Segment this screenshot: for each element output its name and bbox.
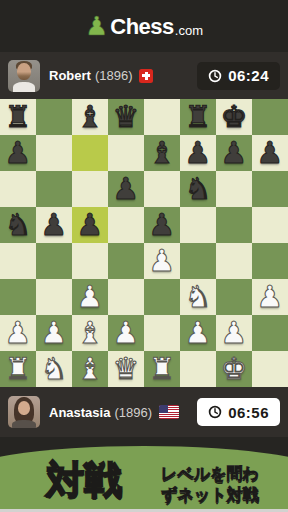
square-a8[interactable]: ♜ — [0, 99, 36, 135]
black-pawn[interactable]: ♟ — [252, 135, 288, 171]
banner-subtitle: レベルを問わ ずネット対戦 — [138, 463, 282, 505]
top-player-bar: Robert (1896) 06:24 — [0, 52, 288, 99]
square-c1[interactable]: ♝ — [72, 351, 108, 387]
avatar[interactable] — [8, 396, 40, 428]
square-b1[interactable]: ♞ — [36, 351, 72, 387]
black-pawn[interactable]: ♟ — [180, 135, 216, 171]
square-a6[interactable] — [0, 171, 36, 207]
square-e2[interactable] — [144, 315, 180, 351]
square-f6[interactable]: ♞ — [180, 171, 216, 207]
logo-suffix: .com — [175, 22, 203, 39]
black-queen[interactable]: ♛ — [108, 99, 144, 135]
app-screen: ♟ Chess .com Robert (1896) 06:24 ♜♝♛♜♚♟♝… — [0, 0, 288, 512]
square-a7[interactable]: ♟ — [0, 135, 36, 171]
square-d6[interactable]: ♟ — [108, 171, 144, 207]
square-b4[interactable] — [36, 243, 72, 279]
clock-time: 06:56 — [228, 404, 269, 421]
square-f8[interactable]: ♜ — [180, 99, 216, 135]
black-knight[interactable]: ♞ — [0, 207, 36, 243]
chess-board[interactable]: ♜♝♛♜♚♟♝♟♟♟♟♞♞♟♟♟♟♟♞♟♟♟♝♟♟♟♜♞♝♛♜♚ — [0, 99, 288, 387]
white-knight[interactable]: ♞ — [180, 279, 216, 315]
square-c3[interactable]: ♟ — [72, 279, 108, 315]
black-pawn[interactable]: ♟ — [0, 135, 36, 171]
white-pawn[interactable]: ♟ — [36, 315, 72, 351]
square-h6[interactable] — [252, 171, 288, 207]
square-h3[interactable]: ♟ — [252, 279, 288, 315]
player-clock: 06:56 — [197, 398, 280, 426]
square-d7[interactable] — [108, 135, 144, 171]
square-e1[interactable]: ♜ — [144, 351, 180, 387]
white-pawn[interactable]: ♟ — [252, 279, 288, 315]
black-knight[interactable]: ♞ — [180, 171, 216, 207]
black-rook[interactable]: ♜ — [180, 99, 216, 135]
black-pawn[interactable]: ♟ — [144, 207, 180, 243]
square-h8[interactable] — [252, 99, 288, 135]
square-e3[interactable] — [144, 279, 180, 315]
square-f5[interactable] — [180, 207, 216, 243]
square-b8[interactable] — [36, 99, 72, 135]
square-f4[interactable] — [180, 243, 216, 279]
player-name[interactable]: Anastasia — [49, 405, 110, 420]
square-a2[interactable]: ♟ — [0, 315, 36, 351]
white-rook[interactable]: ♜ — [144, 351, 180, 387]
square-e8[interactable] — [144, 99, 180, 135]
square-b2[interactable]: ♟ — [36, 315, 72, 351]
square-g5[interactable] — [216, 207, 252, 243]
usa-flag-icon — [159, 405, 179, 419]
black-pawn[interactable]: ♟ — [36, 207, 72, 243]
square-h7[interactable]: ♟ — [252, 135, 288, 171]
white-knight[interactable]: ♞ — [36, 351, 72, 387]
square-g3[interactable] — [216, 279, 252, 315]
square-g4[interactable] — [216, 243, 252, 279]
square-b6[interactable] — [36, 171, 72, 207]
square-e5[interactable]: ♟ — [144, 207, 180, 243]
square-f2[interactable]: ♟ — [180, 315, 216, 351]
square-a5[interactable]: ♞ — [0, 207, 36, 243]
clock-time: 06:24 — [228, 67, 269, 84]
app-header: ♟ Chess .com — [0, 0, 288, 52]
white-king[interactable]: ♚ — [216, 351, 252, 387]
player-info: Anastasia (1896) — [49, 405, 179, 420]
square-e4[interactable]: ♟ — [144, 243, 180, 279]
square-a1[interactable]: ♜ — [0, 351, 36, 387]
square-f7[interactable]: ♟ — [180, 135, 216, 171]
avatar-face — [18, 401, 30, 415]
clock-icon — [208, 69, 222, 83]
square-g2[interactable]: ♟ — [216, 315, 252, 351]
square-c8[interactable]: ♝ — [72, 99, 108, 135]
bottom-player-bar: Anastasia (1896) 06:56 — [0, 387, 288, 437]
banner-subtitle-line2: ずネット対戦 — [161, 486, 259, 503]
square-h5[interactable] — [252, 207, 288, 243]
white-pawn[interactable]: ♟ — [72, 279, 108, 315]
square-g6[interactable] — [216, 171, 252, 207]
square-h2[interactable] — [252, 315, 288, 351]
opponent-clock: 06:24 — [197, 62, 280, 90]
avatar-shirt — [12, 420, 36, 428]
black-pawn[interactable]: ♟ — [216, 135, 252, 171]
banner-subtitle-line1: レベルを問わ — [161, 465, 259, 482]
square-g7[interactable]: ♟ — [216, 135, 252, 171]
square-b7[interactable] — [36, 135, 72, 171]
square-f3[interactable]: ♞ — [180, 279, 216, 315]
pawn-logo-icon: ♟ — [85, 13, 108, 39]
square-b5[interactable]: ♟ — [36, 207, 72, 243]
avatar-face — [17, 63, 31, 80]
black-pawn[interactable]: ♟ — [108, 171, 144, 207]
white-pawn[interactable]: ♟ — [108, 315, 144, 351]
square-d4[interactable] — [108, 243, 144, 279]
square-d2[interactable]: ♟ — [108, 315, 144, 351]
square-d5[interactable] — [108, 207, 144, 243]
black-rook[interactable]: ♜ — [0, 99, 36, 135]
black-king[interactable]: ♚ — [216, 99, 252, 135]
player-info: Robert (1896) — [49, 68, 153, 83]
square-d1[interactable]: ♛ — [108, 351, 144, 387]
white-queen[interactable]: ♛ — [108, 351, 144, 387]
player-rating: (1896) — [95, 68, 133, 83]
banner-title: 対戦 — [28, 459, 140, 501]
player-rating: (1896) — [114, 405, 152, 420]
black-pawn[interactable]: ♟ — [72, 207, 108, 243]
square-c6[interactable] — [72, 171, 108, 207]
white-pawn[interactable]: ♟ — [180, 315, 216, 351]
square-h1[interactable] — [252, 351, 288, 387]
white-pawn[interactable]: ♟ — [216, 315, 252, 351]
square-f1[interactable] — [180, 351, 216, 387]
square-g1[interactable]: ♚ — [216, 351, 252, 387]
vs-banner[interactable]: 対戦 レベルを問わ ずネット対戦 — [0, 437, 288, 512]
white-pawn[interactable]: ♟ — [144, 243, 180, 279]
square-c4[interactable] — [72, 243, 108, 279]
clock-icon — [208, 405, 222, 419]
black-bishop[interactable]: ♝ — [72, 99, 108, 135]
square-c5[interactable]: ♟ — [72, 207, 108, 243]
chesscom-logo[interactable]: ♟ Chess .com — [85, 13, 203, 39]
avatar[interactable] — [8, 60, 40, 92]
player-name[interactable]: Robert — [49, 68, 91, 83]
square-b3[interactable] — [36, 279, 72, 315]
white-bishop[interactable]: ♝ — [72, 351, 108, 387]
white-rook[interactable]: ♜ — [0, 351, 36, 387]
square-d3[interactable] — [108, 279, 144, 315]
square-c7[interactable] — [72, 135, 108, 171]
square-h4[interactable] — [252, 243, 288, 279]
square-a3[interactable] — [0, 279, 36, 315]
square-a4[interactable] — [0, 243, 36, 279]
white-pawn[interactable]: ♟ — [0, 315, 36, 351]
black-bishop[interactable]: ♝ — [144, 135, 180, 171]
square-d8[interactable]: ♛ — [108, 99, 144, 135]
switzerland-flag-icon — [139, 69, 153, 83]
square-e7[interactable]: ♝ — [144, 135, 180, 171]
square-g8[interactable]: ♚ — [216, 99, 252, 135]
avatar-shirt — [13, 82, 35, 92]
logo-text: Chess — [110, 15, 174, 39]
white-bishop[interactable]: ♝ — [72, 315, 108, 351]
square-c2[interactable]: ♝ — [72, 315, 108, 351]
square-e6[interactable] — [144, 171, 180, 207]
